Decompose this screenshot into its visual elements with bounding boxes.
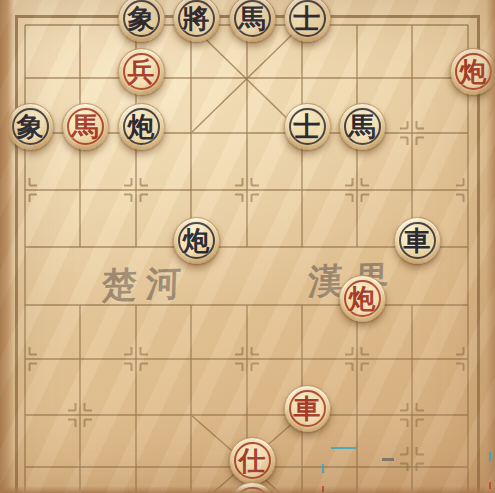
piece-red-general[interactable]: 帥: [229, 482, 276, 493]
piece-black-horse[interactable]: 馬: [339, 103, 386, 150]
piece-red-advisor[interactable]: 仕: [229, 437, 276, 484]
piece-black-advisor[interactable]: 士: [284, 103, 331, 150]
piece-character: 馬: [230, 0, 275, 41]
piece-black-cannon[interactable]: 炮: [118, 103, 165, 150]
piece-black-general[interactable]: 將: [173, 0, 220, 42]
piece-red-chariot[interactable]: 車: [284, 385, 331, 432]
piece-character: 馬: [63, 104, 108, 149]
piece-black-chariot[interactable]: 車: [394, 217, 441, 264]
piece-character: 將: [174, 0, 219, 41]
piece-character: 馬: [340, 104, 385, 149]
piece-red-soldier[interactable]: 兵: [118, 48, 165, 95]
piece-black-horse[interactable]: 馬: [229, 0, 276, 42]
piece-character: 車: [395, 218, 440, 263]
piece-character: 象: [119, 0, 164, 41]
piece-black-elephant[interactable]: 象: [7, 103, 54, 150]
piece-character: 炮: [451, 49, 495, 94]
piece-black-elephant[interactable]: 象: [118, 0, 165, 42]
river-label-left: 楚河: [101, 259, 191, 309]
piece-character: 士: [285, 104, 330, 149]
piece-character: 士: [285, 0, 330, 41]
piece-red-cannon[interactable]: 炮: [339, 275, 386, 322]
piece-red-cannon[interactable]: 炮: [450, 48, 495, 95]
piece-red-horse[interactable]: 馬: [62, 103, 109, 150]
piece-character: 仕: [230, 438, 275, 483]
xiangqi-board[interactable]: 楚河 漢界 象將馬士兵炮象馬炮士馬炮車炮車仕帥: [0, 0, 495, 493]
piece-character: 車: [285, 386, 330, 431]
piece-character: 炮: [174, 218, 219, 263]
piece-character: 帥: [230, 483, 275, 493]
piece-black-advisor[interactable]: 士: [284, 0, 331, 42]
piece-character: 炮: [340, 276, 385, 321]
piece-character: 兵: [119, 49, 164, 94]
piece-black-cannon[interactable]: 炮: [173, 217, 220, 264]
piece-character: 炮: [119, 104, 164, 149]
piece-character: 象: [8, 104, 53, 149]
